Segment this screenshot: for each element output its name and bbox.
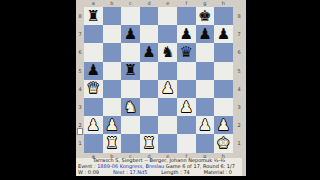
- rank-label-left-6: 6: [76, 43, 84, 61]
- black-pawn-c7[interactable]: ♟: [124, 27, 137, 42]
- square-a1[interactable]: [84, 134, 103, 152]
- square-a3[interactable]: [84, 98, 103, 116]
- square-h1[interactable]: ♚: [214, 134, 233, 152]
- rank-label-right-4: 4: [233, 80, 245, 98]
- square-f4[interactable]: [177, 80, 196, 98]
- square-g6[interactable]: [196, 43, 215, 61]
- square-g4[interactable]: [196, 80, 215, 98]
- black-knight-e6[interactable]: ♞: [161, 45, 174, 60]
- rank-label-left-4: 4: [76, 80, 84, 98]
- white-king-h1[interactable]: ♚: [217, 136, 230, 151]
- square-c6[interactable]: [121, 43, 140, 61]
- square-d4[interactable]: [140, 80, 159, 98]
- square-h4[interactable]: [214, 80, 233, 98]
- square-d5[interactable]: [140, 62, 159, 80]
- square-f6[interactable]: ♛: [177, 43, 196, 61]
- black-pawn-g7[interactable]: ♟: [198, 27, 211, 42]
- rank-label-left-8: 8: [76, 7, 84, 25]
- square-e6[interactable]: ♞: [158, 43, 177, 61]
- black-pawn-h7[interactable]: ♟: [217, 27, 230, 42]
- square-b5[interactable]: [103, 62, 122, 80]
- white-pawn-b2[interactable]: ♟: [105, 118, 118, 133]
- square-g5[interactable]: [196, 62, 215, 80]
- square-b3[interactable]: [103, 98, 122, 116]
- event-name-link[interactable]: 1889-06 Kongress, Breslau: [97, 163, 164, 169]
- rank-labels-right: 87654321: [233, 7, 245, 153]
- file-label-top-d: d: [140, 0, 159, 7]
- square-b1[interactable]: ♜: [103, 134, 122, 152]
- event-label: Event :: [78, 163, 97, 169]
- white-pawn-h2[interactable]: ♟: [217, 118, 230, 133]
- square-e4[interactable]: ♟: [158, 80, 177, 98]
- rank-label-right-7: 7: [233, 25, 245, 43]
- game-length: Length : 74: [161, 170, 189, 176]
- file-label-top-b: b: [103, 0, 122, 7]
- square-e2[interactable]: [158, 116, 177, 134]
- file-label-top-c: c: [121, 0, 140, 7]
- square-e5[interactable]: [158, 62, 177, 80]
- square-g7[interactable]: ♟: [196, 25, 215, 43]
- black-pawn-a5[interactable]: ♟: [87, 63, 100, 78]
- square-b4[interactable]: [103, 80, 122, 98]
- square-c3[interactable]: ♞: [121, 98, 140, 116]
- black-rook-c5[interactable]: ♜: [124, 63, 137, 78]
- square-f5[interactable]: [177, 62, 196, 80]
- square-d1[interactable]: ♜: [140, 134, 159, 152]
- file-labels-top: abcdefgh: [84, 0, 233, 7]
- rank-label-right-6: 6: [233, 43, 245, 61]
- file-label-top-h: h: [214, 0, 233, 7]
- rank-label-right-5: 5: [233, 62, 245, 80]
- square-d7[interactable]: [140, 25, 159, 43]
- square-h3[interactable]: [214, 98, 233, 116]
- square-e3[interactable]: [158, 98, 177, 116]
- rank-label-right-8: 8: [233, 7, 245, 25]
- rank-label-right-3: 3: [233, 98, 245, 116]
- white-pawn-g2[interactable]: ♟: [198, 118, 211, 133]
- white-pawn-e4[interactable]: ♟: [161, 81, 174, 96]
- white-pawn-a2[interactable]: ♟: [87, 118, 100, 133]
- black-pawn-d6[interactable]: ♟: [142, 45, 155, 60]
- square-f8[interactable]: [177, 7, 196, 25]
- square-a7[interactable]: [84, 25, 103, 43]
- file-label-top-g: g: [196, 0, 215, 7]
- square-a4[interactable]: ♛: [84, 80, 103, 98]
- square-a8[interactable]: ♜: [84, 7, 103, 25]
- square-h2[interactable]: ♟: [214, 116, 233, 134]
- square-c8[interactable]: [121, 7, 140, 25]
- black-rook-a8[interactable]: ♜: [87, 9, 100, 24]
- white-rook-d1[interactable]: ♜: [142, 136, 155, 151]
- square-b7[interactable]: [103, 25, 122, 43]
- white-rook-b1[interactable]: ♜: [105, 136, 118, 151]
- rank-label-left-1: 1: [76, 134, 84, 152]
- status-panel: Tarrasch S, Siegbert -- Berger, Johann N…: [76, 158, 242, 176]
- square-e7[interactable]: [158, 25, 177, 43]
- square-h5[interactable]: [214, 62, 233, 80]
- file-label-top-e: e: [158, 0, 177, 7]
- event-details: Game 6 of 17, Round 6: 1/7: [164, 163, 235, 169]
- square-c7[interactable]: ♟: [121, 25, 140, 43]
- square-a6[interactable]: [84, 43, 103, 61]
- square-c4[interactable]: [121, 80, 140, 98]
- white-to-move-indicator: [77, 128, 83, 135]
- square-c5[interactable]: ♜: [121, 62, 140, 80]
- file-label-top-f: f: [177, 0, 196, 7]
- white-queen-a4[interactable]: ♛: [87, 81, 100, 96]
- square-f1[interactable]: [177, 134, 196, 152]
- chess-app-window: abcdefgh 87654321 ♜♚♟♟♟♟♟♞♛♟♜♛♟♞♟♟♟♟♟♜♜♚…: [76, 0, 246, 176]
- square-d3[interactable]: [140, 98, 159, 116]
- black-king-g8[interactable]: ♚: [198, 9, 211, 24]
- square-g8[interactable]: ♚: [196, 7, 215, 25]
- next-move: Next : 17.Nd5: [113, 170, 148, 176]
- white-pawn-f3[interactable]: ♟: [180, 100, 193, 115]
- square-g3[interactable]: [196, 98, 215, 116]
- square-f3[interactable]: ♟: [177, 98, 196, 116]
- square-e1[interactable]: [158, 134, 177, 152]
- square-d6[interactable]: ♟: [140, 43, 159, 61]
- rank-label-left-3: 3: [76, 98, 84, 116]
- square-d2[interactable]: [140, 116, 159, 134]
- square-b2[interactable]: ♟: [103, 116, 122, 134]
- square-g1[interactable]: [196, 134, 215, 152]
- square-a2[interactable]: ♟: [84, 116, 103, 134]
- white-knight-c3[interactable]: ♞: [124, 100, 137, 115]
- board-grid[interactable]: ♜♚♟♟♟♟♟♞♛♟♜♛♟♞♟♟♟♟♟♜♜♚: [84, 7, 233, 153]
- file-label-top-a: a: [84, 0, 103, 7]
- square-e8[interactable]: [158, 7, 177, 25]
- rank-label-right-1: 1: [233, 134, 245, 152]
- square-h8[interactable]: [214, 7, 233, 25]
- square-f7[interactable]: ♟: [177, 25, 196, 43]
- square-c1[interactable]: [121, 134, 140, 152]
- square-g2[interactable]: ♟: [196, 116, 215, 134]
- material-balance: Material : 0: [204, 170, 232, 176]
- game-info-line: W : 0:09 Next : 17.Nd5 Length : 74 Mater…: [76, 170, 242, 176]
- square-b8[interactable]: [103, 7, 122, 25]
- square-f2[interactable]: [177, 116, 196, 134]
- white-time: W : 0:09: [78, 170, 99, 176]
- black-pawn-f7[interactable]: ♟: [180, 27, 193, 42]
- square-a5[interactable]: ♟: [84, 62, 103, 80]
- square-d8[interactable]: [140, 7, 159, 25]
- black-queen-f6[interactable]: ♛: [180, 45, 193, 60]
- square-h6[interactable]: [214, 43, 233, 61]
- square-c2[interactable]: [121, 116, 140, 134]
- rank-label-left-5: 5: [76, 62, 84, 80]
- square-b6[interactable]: [103, 43, 122, 61]
- rank-label-right-2: 2: [233, 116, 245, 134]
- rank-label-left-7: 7: [76, 25, 84, 43]
- square-h7[interactable]: ♟: [214, 25, 233, 43]
